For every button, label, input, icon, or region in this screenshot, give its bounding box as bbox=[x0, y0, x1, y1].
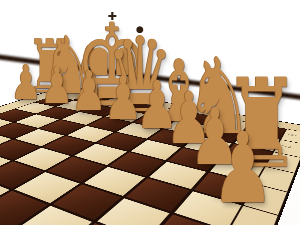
pawn-c7[interactable]: ♟ bbox=[71, 64, 107, 119]
king-cross: ✚ bbox=[107, 11, 116, 22]
pieces-layer: ♜♞♝♚♛♝♞♜♟♟♟♟♟♟♟♟✚● bbox=[0, 0, 300, 225]
pawn-h7[interactable]: ♟ bbox=[211, 119, 274, 217]
queen-finial: ● bbox=[136, 25, 144, 34]
pawn-a7[interactable]: ♟ bbox=[11, 58, 42, 106]
pawn-b7[interactable]: ♟ bbox=[41, 60, 74, 111]
chess-set-photo: 87 ♜♞♝♚♛♝♞♜♟♟♟♟♟♟♟♟✚● bbox=[0, 0, 300, 225]
